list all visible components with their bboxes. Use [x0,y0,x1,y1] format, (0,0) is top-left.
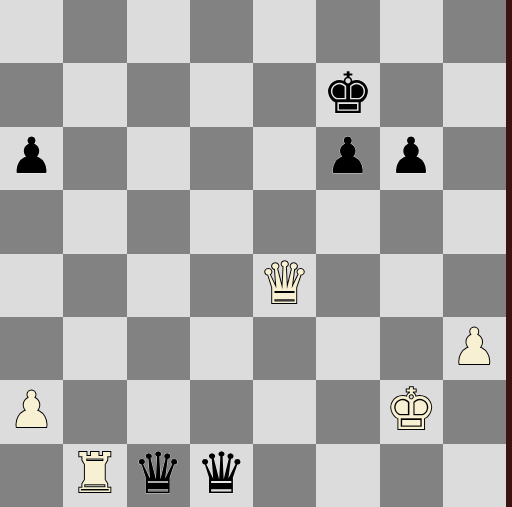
right-edge-artifact [506,0,512,507]
square-b5[interactable] [63,190,126,253]
square-h7[interactable] [443,63,506,126]
white-rook: ♜ [70,446,119,501]
black-king: ♚ [322,65,373,122]
square-b8[interactable] [63,0,126,63]
square-d7[interactable] [190,63,253,126]
square-b6[interactable] [63,127,126,190]
square-f8[interactable] [316,0,379,63]
black-queen: ♛ [133,445,184,502]
square-e5[interactable] [253,190,316,253]
square-d6[interactable] [190,127,253,190]
square-f1[interactable] [316,444,379,507]
square-e1[interactable] [253,444,316,507]
square-a2[interactable]: ♟ [0,380,63,443]
square-c5[interactable] [127,190,190,253]
square-e4[interactable]: ♛ [253,254,316,317]
square-g1[interactable] [380,444,443,507]
square-f5[interactable] [316,190,379,253]
square-e6[interactable] [253,127,316,190]
square-g8[interactable] [380,0,443,63]
square-h8[interactable] [443,0,506,63]
square-a5[interactable] [0,190,63,253]
square-h5[interactable] [443,190,506,253]
chess-app-window: ♚♟♟♟♛♟♟♚♜♛♛ [0,0,512,507]
square-a7[interactable] [0,63,63,126]
square-h1[interactable] [443,444,506,507]
square-c8[interactable] [127,0,190,63]
square-c1[interactable]: ♛ [127,444,190,507]
square-c2[interactable] [127,380,190,443]
square-d4[interactable] [190,254,253,317]
square-a1[interactable] [0,444,63,507]
black-pawn: ♟ [9,131,54,181]
white-pawn: ♟ [452,322,497,372]
square-a8[interactable] [0,0,63,63]
square-d8[interactable] [190,0,253,63]
square-g2[interactable]: ♚ [380,380,443,443]
square-b7[interactable] [63,63,126,126]
square-b2[interactable] [63,380,126,443]
square-f2[interactable] [316,380,379,443]
square-f3[interactable] [316,317,379,380]
black-queen: ♛ [196,445,247,502]
square-d2[interactable] [190,380,253,443]
square-e7[interactable] [253,63,316,126]
square-g3[interactable] [380,317,443,380]
black-pawn: ♟ [325,131,370,181]
square-d1[interactable]: ♛ [190,444,253,507]
square-c3[interactable] [127,317,190,380]
square-b3[interactable] [63,317,126,380]
square-g6[interactable]: ♟ [380,127,443,190]
black-pawn: ♟ [389,131,434,181]
square-h6[interactable] [443,127,506,190]
square-e2[interactable] [253,380,316,443]
square-a4[interactable] [0,254,63,317]
square-g5[interactable] [380,190,443,253]
square-b4[interactable] [63,254,126,317]
square-d5[interactable] [190,190,253,253]
square-e3[interactable] [253,317,316,380]
square-f6[interactable]: ♟ [316,127,379,190]
square-f7[interactable]: ♚ [316,63,379,126]
square-a3[interactable] [0,317,63,380]
square-g7[interactable] [380,63,443,126]
white-king: ♚ [386,381,437,438]
square-d3[interactable] [190,317,253,380]
square-h3[interactable]: ♟ [443,317,506,380]
square-b1[interactable]: ♜ [63,444,126,507]
white-queen: ♛ [259,255,310,312]
square-e8[interactable] [253,0,316,63]
chess-board: ♚♟♟♟♛♟♟♚♜♛♛ [0,0,506,507]
square-c6[interactable] [127,127,190,190]
square-c4[interactable] [127,254,190,317]
square-f4[interactable] [316,254,379,317]
square-g4[interactable] [380,254,443,317]
square-h4[interactable] [443,254,506,317]
white-pawn: ♟ [9,385,54,435]
square-a6[interactable]: ♟ [0,127,63,190]
square-c7[interactable] [127,63,190,126]
square-h2[interactable] [443,380,506,443]
